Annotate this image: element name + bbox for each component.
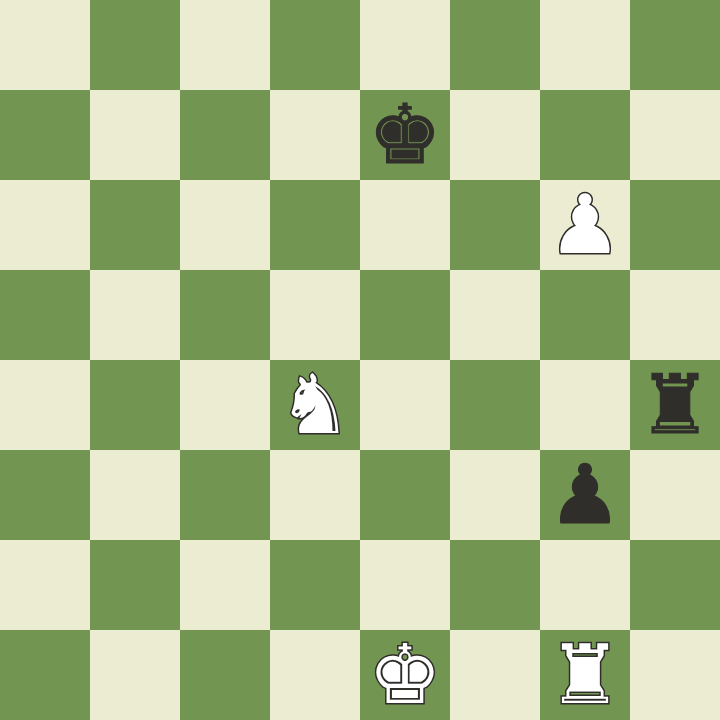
square-e4[interactable]	[360, 360, 450, 450]
square-d3[interactable]	[270, 450, 360, 540]
square-d1[interactable]	[270, 630, 360, 720]
square-b3[interactable]	[90, 450, 180, 540]
square-g2[interactable]	[540, 540, 630, 630]
square-b4[interactable]	[90, 360, 180, 450]
square-h6[interactable]	[630, 180, 720, 270]
square-e1[interactable]: ♚	[360, 630, 450, 720]
piece-white-knight[interactable]: ♞	[278, 360, 352, 450]
square-c4[interactable]	[180, 360, 270, 450]
square-e8[interactable]	[360, 0, 450, 90]
piece-white-rook[interactable]: ♜	[548, 630, 622, 720]
square-a8[interactable]	[0, 0, 90, 90]
square-b5[interactable]	[90, 270, 180, 360]
square-f3[interactable]	[450, 450, 540, 540]
square-h1[interactable]	[630, 630, 720, 720]
square-h5[interactable]	[630, 270, 720, 360]
piece-black-rook[interactable]: ♜	[638, 360, 712, 450]
square-c3[interactable]	[180, 450, 270, 540]
square-e2[interactable]	[360, 540, 450, 630]
square-e7[interactable]: ♚	[360, 90, 450, 180]
square-d8[interactable]	[270, 0, 360, 90]
square-h4[interactable]: ♜	[630, 360, 720, 450]
square-a6[interactable]	[0, 180, 90, 270]
square-h3[interactable]	[630, 450, 720, 540]
square-e5[interactable]	[360, 270, 450, 360]
square-e3[interactable]	[360, 450, 450, 540]
square-a3[interactable]	[0, 450, 90, 540]
square-b1[interactable]	[90, 630, 180, 720]
square-c2[interactable]	[180, 540, 270, 630]
square-b2[interactable]	[90, 540, 180, 630]
square-d2[interactable]	[270, 540, 360, 630]
square-c6[interactable]	[180, 180, 270, 270]
square-f6[interactable]	[450, 180, 540, 270]
square-a7[interactable]	[0, 90, 90, 180]
square-b7[interactable]	[90, 90, 180, 180]
square-a4[interactable]	[0, 360, 90, 450]
square-a2[interactable]	[0, 540, 90, 630]
square-f8[interactable]	[450, 0, 540, 90]
square-d4[interactable]: ♞	[270, 360, 360, 450]
square-h7[interactable]	[630, 90, 720, 180]
square-f4[interactable]	[450, 360, 540, 450]
square-g3[interactable]: ♟	[540, 450, 630, 540]
square-g1[interactable]: ♜	[540, 630, 630, 720]
piece-black-king[interactable]: ♚	[368, 90, 442, 180]
square-b6[interactable]	[90, 180, 180, 270]
square-e6[interactable]	[360, 180, 450, 270]
piece-white-king[interactable]: ♚	[368, 630, 442, 720]
chess-board: ♚♟♞♜♟♚♜	[0, 0, 720, 720]
square-f5[interactable]	[450, 270, 540, 360]
piece-black-pawn[interactable]: ♟	[548, 450, 622, 540]
square-g6[interactable]: ♟	[540, 180, 630, 270]
square-g5[interactable]	[540, 270, 630, 360]
square-g8[interactable]	[540, 0, 630, 90]
square-c5[interactable]	[180, 270, 270, 360]
square-c8[interactable]	[180, 0, 270, 90]
piece-white-pawn[interactable]: ♟	[548, 180, 622, 270]
square-d7[interactable]	[270, 90, 360, 180]
square-g7[interactable]	[540, 90, 630, 180]
square-c7[interactable]	[180, 90, 270, 180]
square-a5[interactable]	[0, 270, 90, 360]
square-h2[interactable]	[630, 540, 720, 630]
square-h8[interactable]	[630, 0, 720, 90]
square-f1[interactable]	[450, 630, 540, 720]
square-d6[interactable]	[270, 180, 360, 270]
square-g4[interactable]	[540, 360, 630, 450]
square-a1[interactable]	[0, 630, 90, 720]
square-f2[interactable]	[450, 540, 540, 630]
square-d5[interactable]	[270, 270, 360, 360]
square-f7[interactable]	[450, 90, 540, 180]
square-b8[interactable]	[90, 0, 180, 90]
square-c1[interactable]	[180, 630, 270, 720]
